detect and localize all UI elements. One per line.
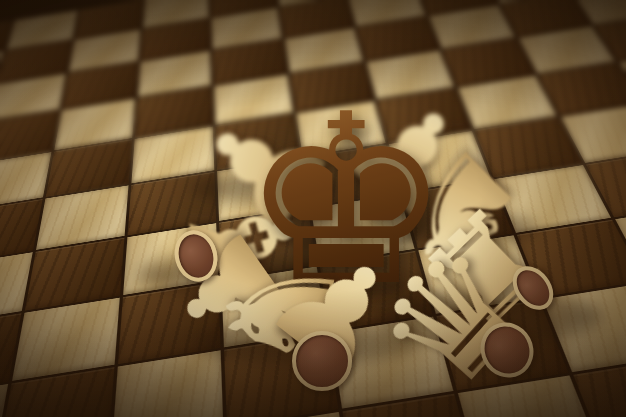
chess-victory-photo: ♟♟♞♝♚♟♜♛♞♟	[0, 0, 626, 417]
pieces-layer: ♟♟♞♝♚♟♜♛♞♟	[0, 0, 626, 417]
felt-base-pawn-south	[292, 331, 352, 391]
